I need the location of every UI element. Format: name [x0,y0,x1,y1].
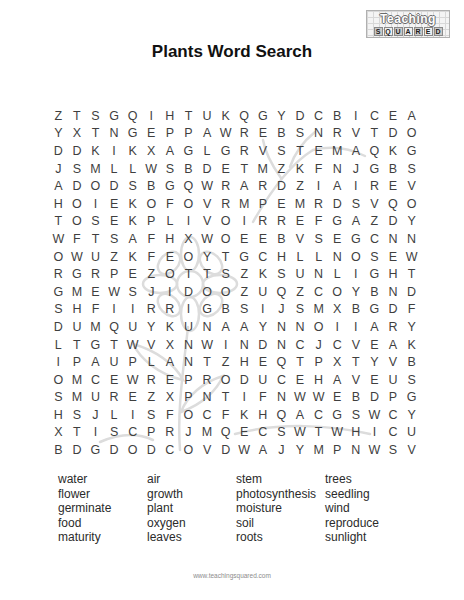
grid-cell[interactable]: D [68,142,87,160]
grid-cell[interactable]: K [402,336,421,354]
grid-cell[interactable]: F [309,213,328,231]
grid-cell[interactable]: Y [254,318,273,336]
grid-cell[interactable]: E [161,371,180,389]
grid-cell[interactable]: C [254,424,273,442]
grid-cell[interactable]: H [49,195,68,213]
grid-cell[interactable]: G [105,107,124,125]
grid-cell[interactable]: S [272,142,291,160]
grid-cell[interactable]: Z [142,265,161,283]
grid-cell[interactable]: V [198,441,217,459]
grid-cell[interactable]: E [254,353,273,371]
grid-cell[interactable]: U [254,371,273,389]
grid-cell[interactable]: P [161,125,180,143]
grid-cell[interactable]: G [365,265,384,283]
grid-cell[interactable]: T [68,424,87,442]
grid-cell[interactable]: I [123,301,142,319]
grid-cell[interactable]: E [235,424,254,442]
grid-cell[interactable]: I [235,389,254,407]
grid-cell[interactable]: L [105,406,124,424]
grid-cell[interactable]: X [49,424,68,442]
grid-cell[interactable]: G [365,160,384,178]
grid-cell[interactable]: Y [272,107,291,125]
grid-cell[interactable]: F [142,230,161,248]
grid-cell[interactable]: N [272,336,291,354]
grid-cell[interactable]: E [105,371,124,389]
grid-cell[interactable]: O [142,195,161,213]
grid-cell[interactable]: K [86,142,105,160]
grid-cell[interactable]: A [49,177,68,195]
grid-cell[interactable]: W [328,424,347,442]
grid-cell[interactable]: O [328,283,347,301]
grid-cell[interactable]: O [49,371,68,389]
grid-cell[interactable]: M [254,160,273,178]
grid-cell[interactable]: N [309,125,328,143]
grid-cell[interactable]: A [328,371,347,389]
grid-cell[interactable]: C [328,336,347,354]
grid-cell[interactable]: K [123,195,142,213]
grid-cell[interactable]: Y [198,248,217,266]
grid-cell[interactable]: Z [235,283,254,301]
grid-cell[interactable]: R [384,318,403,336]
grid-cell[interactable]: H [384,265,403,283]
grid-cell[interactable]: E [365,371,384,389]
grid-cell[interactable]: J [142,283,161,301]
grid-cell[interactable]: I [86,195,105,213]
grid-cell[interactable]: P [328,441,347,459]
grid-cell[interactable]: K [235,406,254,424]
grid-cell[interactable]: G [216,142,235,160]
grid-cell[interactable]: T [68,336,87,354]
grid-cell[interactable]: C [123,424,142,442]
grid-cell[interactable]: F [216,406,235,424]
grid-cell[interactable]: K [123,248,142,266]
grid-cell[interactable]: R [309,195,328,213]
grid-cell[interactable]: R [86,265,105,283]
grid-cell[interactable]: R [142,301,161,319]
grid-cell[interactable]: P [179,389,198,407]
grid-cell[interactable]: W [402,248,421,266]
grid-cell[interactable]: U [402,424,421,442]
grid-cell[interactable]: A [161,142,180,160]
grid-cell[interactable]: M [291,195,310,213]
grid-cell[interactable]: U [254,283,273,301]
grid-cell[interactable]: Q [365,142,384,160]
grid-cell[interactable]: R [216,195,235,213]
grid-cell[interactable]: E [105,195,124,213]
grid-cell[interactable]: Z [291,177,310,195]
grid-cell[interactable]: T [216,389,235,407]
grid-cell[interactable]: I [49,353,68,371]
grid-cell[interactable]: L [291,248,310,266]
grid-cell[interactable]: Q [384,195,403,213]
grid-cell[interactable]: O [402,195,421,213]
grid-cell[interactable]: K [161,318,180,336]
grid-cell[interactable]: O [402,125,421,143]
grid-cell[interactable]: U [198,107,217,125]
grid-cell[interactable]: N [105,125,124,143]
grid-cell[interactable]: I [347,265,366,283]
grid-cell[interactable]: O [68,195,87,213]
grid-cell[interactable]: A [198,125,217,143]
grid-cell[interactable]: W [68,248,87,266]
grid-cell[interactable]: X [179,230,198,248]
grid-cell[interactable]: T [347,353,366,371]
grid-cell[interactable]: B [402,353,421,371]
grid-cell[interactable]: F [254,389,273,407]
grid-cell[interactable]: O [179,441,198,459]
grid-cell[interactable]: G [49,283,68,301]
grid-cell[interactable]: N [291,318,310,336]
grid-cell[interactable]: S [161,160,180,178]
grid-cell[interactable]: G [86,441,105,459]
grid-cell[interactable]: P [179,125,198,143]
grid-cell[interactable]: X [68,125,87,143]
grid-cell[interactable]: Z [272,160,291,178]
grid-cell[interactable]: D [365,389,384,407]
grid-cell[interactable]: D [254,336,273,354]
grid-cell[interactable]: W [309,389,328,407]
grid-cell[interactable]: Q [235,107,254,125]
grid-cell[interactable]: W [123,336,142,354]
grid-cell[interactable]: A [347,142,366,160]
grid-cell[interactable]: H [161,107,180,125]
grid-cell[interactable]: V [402,177,421,195]
grid-cell[interactable]: G [402,389,421,407]
grid-cell[interactable]: N [235,336,254,354]
grid-cell[interactable]: S [86,213,105,231]
grid-cell[interactable]: W [198,230,217,248]
grid-cell[interactable]: I [161,283,180,301]
grid-cell[interactable]: R [272,213,291,231]
grid-cell[interactable]: Y [49,125,68,143]
grid-cell[interactable]: Y [402,318,421,336]
grid-cell[interactable]: D [49,142,68,160]
grid-cell[interactable]: S [291,125,310,143]
grid-cell[interactable]: V [347,336,366,354]
grid-cell[interactable]: E [123,265,142,283]
grid-cell[interactable]: E [272,195,291,213]
grid-cell[interactable]: V [365,195,384,213]
grid-cell[interactable]: C [365,230,384,248]
grid-cell[interactable]: M [68,283,87,301]
grid-cell[interactable]: Z [216,353,235,371]
grid-cell[interactable]: L [123,160,142,178]
grid-cell[interactable]: V [402,441,421,459]
grid-cell[interactable]: J [179,424,198,442]
grid-cell[interactable]: S [235,301,254,319]
grid-cell[interactable]: H [68,301,87,319]
grid-cell[interactable]: S [123,177,142,195]
grid-cell[interactable]: S [309,230,328,248]
grid-cell[interactable]: I [254,301,273,319]
grid-cell[interactable]: P [384,389,403,407]
grid-cell[interactable]: N [272,389,291,407]
grid-cell[interactable]: R [254,177,273,195]
grid-cell[interactable]: Q [216,424,235,442]
grid-cell[interactable]: J [86,406,105,424]
grid-cell[interactable]: C [384,424,403,442]
grid-cell[interactable]: M [235,195,254,213]
grid-cell[interactable]: U [179,318,198,336]
grid-cell[interactable]: Q [272,283,291,301]
grid-cell[interactable]: W [291,424,310,442]
grid-cell[interactable]: U [291,265,310,283]
grid-cell[interactable]: N [272,318,291,336]
grid-cell[interactable]: O [123,441,142,459]
grid-cell[interactable]: O [161,265,180,283]
grid-cell[interactable]: V [142,336,161,354]
grid-cell[interactable]: D [105,441,124,459]
grid-cell[interactable]: G [198,301,217,319]
grid-cell[interactable]: W [216,125,235,143]
grid-cell[interactable]: U [123,318,142,336]
grid-cell[interactable]: I [309,177,328,195]
grid-cell[interactable]: D [272,177,291,195]
grid-cell[interactable]: R [198,371,217,389]
grid-cell[interactable]: S [49,389,68,407]
grid-cell[interactable]: L [142,353,161,371]
grid-cell[interactable]: A [161,353,180,371]
grid-cell[interactable]: G [86,336,105,354]
grid-cell[interactable]: B [272,125,291,143]
grid-cell[interactable]: Q [179,177,198,195]
grid-cell[interactable]: U [86,389,105,407]
grid-cell[interactable]: P [179,371,198,389]
grid-cell[interactable]: G [235,248,254,266]
grid-cell[interactable]: A [123,230,142,248]
grid-cell[interactable]: Q [272,406,291,424]
grid-cell[interactable]: A [216,318,235,336]
grid-cell[interactable]: G [254,107,273,125]
grid-cell[interactable]: Z [235,265,254,283]
grid-cell[interactable]: S [402,160,421,178]
grid-cell[interactable]: C [161,441,180,459]
grid-cell[interactable]: O [68,213,87,231]
grid-cell[interactable]: I [179,213,198,231]
grid-cell[interactable]: U [384,371,403,389]
grid-cell[interactable]: J [309,336,328,354]
grid-cell[interactable]: N [309,265,328,283]
grid-cell[interactable]: W [105,283,124,301]
grid-cell[interactable]: N [198,318,217,336]
grid-cell[interactable]: W [49,230,68,248]
grid-cell[interactable]: D [68,441,87,459]
grid-cell[interactable]: N [402,230,421,248]
grid-cell[interactable]: T [49,213,68,231]
grid-cell[interactable]: S [347,406,366,424]
grid-cell[interactable]: B [347,301,366,319]
grid-cell[interactable]: U [105,353,124,371]
grid-cell[interactable]: P [309,353,328,371]
grid-cell[interactable]: T [291,353,310,371]
grid-cell[interactable]: J [272,301,291,319]
grid-cell[interactable]: C [86,371,105,389]
grid-cell[interactable]: E [384,177,403,195]
grid-cell[interactable]: E [365,336,384,354]
grid-cell[interactable]: G [123,125,142,143]
grid-cell[interactable]: V [198,213,217,231]
grid-cell[interactable]: R [142,371,161,389]
grid-cell[interactable]: F [86,301,105,319]
grid-cell[interactable]: S [384,441,403,459]
grid-cell[interactable]: F [161,195,180,213]
grid-cell[interactable]: R [161,424,180,442]
grid-cell[interactable]: A [347,213,366,231]
grid-cell[interactable]: B [179,160,198,178]
grid-cell[interactable]: E [235,230,254,248]
grid-cell[interactable]: D [179,283,198,301]
grid-cell[interactable]: N [328,160,347,178]
grid-cell[interactable]: S [123,283,142,301]
grid-cell[interactable]: M [309,301,328,319]
grid-cell[interactable]: I [235,213,254,231]
grid-cell[interactable]: W [235,441,254,459]
grid-cell[interactable]: I [105,301,124,319]
grid-cell[interactable]: W [198,336,217,354]
grid-cell[interactable]: D [49,318,68,336]
grid-cell[interactable]: O [179,248,198,266]
grid-cell[interactable]: B [347,389,366,407]
grid-cell[interactable]: G [68,265,87,283]
grid-cell[interactable]: A [328,177,347,195]
grid-cell[interactable]: L [161,213,180,231]
grid-cell[interactable]: T [105,336,124,354]
grid-cell[interactable]: D [328,195,347,213]
grid-cell[interactable]: D [235,371,254,389]
grid-cell[interactable]: O [216,283,235,301]
grid-cell[interactable]: S [291,301,310,319]
grid-cell[interactable]: E [309,142,328,160]
grid-cell[interactable]: G [179,142,198,160]
grid-cell[interactable]: C [198,406,217,424]
grid-cell[interactable]: B [272,230,291,248]
grid-cell[interactable]: T [198,353,217,371]
grid-cell[interactable]: I [86,424,105,442]
grid-cell[interactable]: O [86,177,105,195]
grid-cell[interactable]: I [347,318,366,336]
grid-cell[interactable]: H [347,424,366,442]
grid-cell[interactable]: M [328,142,347,160]
grid-cell[interactable]: U [68,318,87,336]
grid-cell[interactable]: B [328,107,347,125]
grid-cell[interactable]: C [309,406,328,424]
grid-cell[interactable]: X [161,336,180,354]
grid-cell[interactable]: S [402,371,421,389]
grid-cell[interactable]: I [347,177,366,195]
grid-cell[interactable]: H [254,406,273,424]
grid-cell[interactable]: W [291,389,310,407]
grid-cell[interactable]: P [254,195,273,213]
grid-cell[interactable]: D [105,177,124,195]
grid-cell[interactable]: K [123,213,142,231]
grid-cell[interactable]: H [272,248,291,266]
grid-cell[interactable]: K [291,160,310,178]
grid-cell[interactable]: K [254,265,273,283]
grid-cell[interactable]: M [68,371,87,389]
grid-cell[interactable]: C [309,283,328,301]
grid-cell[interactable]: A [86,353,105,371]
grid-cell[interactable]: H [235,353,254,371]
grid-cell[interactable]: E [328,389,347,407]
grid-cell[interactable]: M [309,441,328,459]
grid-cell[interactable]: T [179,265,198,283]
grid-cell[interactable]: E [123,389,142,407]
grid-cell[interactable]: E [254,230,273,248]
grid-cell[interactable]: X [142,142,161,160]
grid-cell[interactable]: X [328,353,347,371]
grid-cell[interactable]: D [216,441,235,459]
grid-cell[interactable]: N [328,248,347,266]
grid-cell[interactable]: R [216,177,235,195]
grid-cell[interactable]: O [216,230,235,248]
grid-cell[interactable]: H [161,230,180,248]
grid-cell[interactable]: B [365,283,384,301]
grid-cell[interactable]: A [365,318,384,336]
grid-cell[interactable]: Y [142,318,161,336]
grid-cell[interactable]: T [365,125,384,143]
grid-cell[interactable]: F [309,160,328,178]
grid-cell[interactable]: G [161,177,180,195]
grid-cell[interactable]: P [123,353,142,371]
grid-cell[interactable]: O [198,283,217,301]
grid-cell[interactable]: T [309,424,328,442]
grid-cell[interactable]: O [216,213,235,231]
grid-cell[interactable]: B [216,301,235,319]
grid-cell[interactable]: R [235,125,254,143]
grid-cell[interactable]: Q [105,318,124,336]
grid-cell[interactable]: L [198,142,217,160]
grid-cell[interactable]: C [309,107,328,125]
grid-cell[interactable]: O [347,248,366,266]
grid-cell[interactable]: R [254,213,273,231]
grid-cell[interactable]: C [272,371,291,389]
grid-cell[interactable]: N [179,353,198,371]
grid-cell[interactable]: R [105,389,124,407]
grid-cell[interactable]: S [68,406,87,424]
grid-cell[interactable]: D [68,177,87,195]
grid-cell[interactable]: I [142,107,161,125]
grid-cell[interactable]: M [68,389,87,407]
grid-cell[interactable]: I [105,142,124,160]
grid-cell[interactable]: T [86,230,105,248]
grid-cell[interactable]: O [179,195,198,213]
grid-cell[interactable]: R [235,142,254,160]
grid-cell[interactable]: D [384,213,403,231]
grid-cell[interactable]: L [309,248,328,266]
grid-cell[interactable]: M [86,318,105,336]
grid-cell[interactable]: E [291,213,310,231]
grid-cell[interactable]: V [291,230,310,248]
grid-cell[interactable]: I [328,318,347,336]
grid-cell[interactable]: V [198,195,217,213]
grid-cell[interactable]: P [142,424,161,442]
grid-cell[interactable]: A [235,177,254,195]
grid-cell[interactable]: Y [402,213,421,231]
grid-cell[interactable]: S [49,301,68,319]
grid-cell[interactable]: F [142,248,161,266]
grid-cell[interactable]: Z [49,107,68,125]
grid-cell[interactable]: V [347,371,366,389]
grid-cell[interactable]: A [384,336,403,354]
grid-cell[interactable]: B [49,441,68,459]
grid-cell[interactable]: R [161,301,180,319]
grid-cell[interactable]: S [105,424,124,442]
grid-cell[interactable]: T [216,248,235,266]
grid-cell[interactable]: O [49,248,68,266]
grid-cell[interactable]: S [86,107,105,125]
grid-cell[interactable]: R [49,265,68,283]
grid-cell[interactable]: Y [347,283,366,301]
